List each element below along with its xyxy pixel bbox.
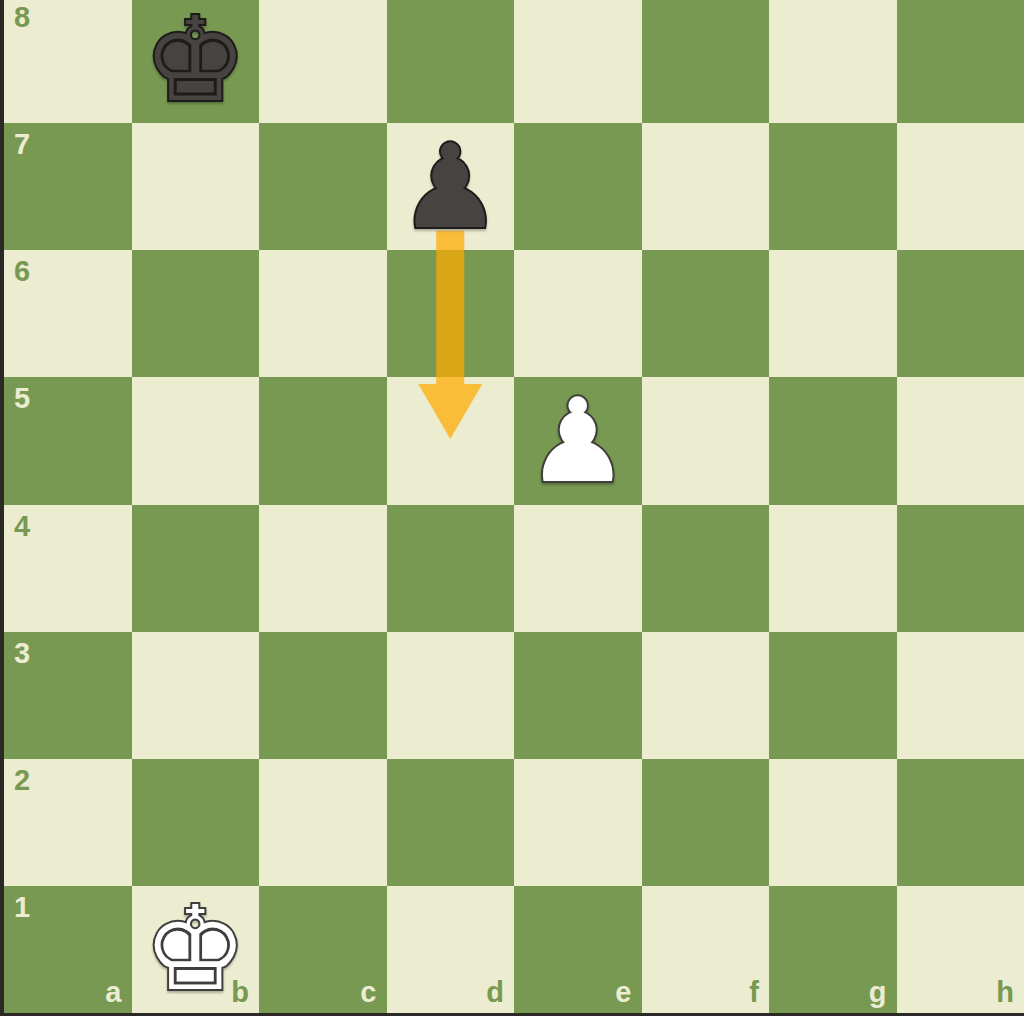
piece-white-pawn-e5[interactable]: ♟: [526, 383, 630, 499]
square-h2[interactable]: [897, 759, 1024, 886]
square-g8[interactable]: [769, 0, 897, 123]
square-h3[interactable]: [897, 632, 1024, 759]
piece-white-king-b1[interactable]: ♚: [143, 891, 247, 1007]
square-c8[interactable]: [259, 0, 387, 123]
file-label-c: c: [360, 978, 376, 1007]
square-b1[interactable]: b♚: [132, 886, 260, 1013]
square-a5[interactable]: 5: [4, 377, 132, 504]
square-f4[interactable]: [642, 505, 770, 632]
square-f3[interactable]: [642, 632, 770, 759]
square-e3[interactable]: [514, 632, 642, 759]
square-e1[interactable]: e: [514, 886, 642, 1013]
file-label-d: d: [486, 978, 504, 1007]
square-a6[interactable]: 6: [4, 250, 132, 377]
chess-board: 8♚7♟65♟4321ab♚cdefgh: [4, 0, 1024, 1013]
square-c6[interactable]: [259, 250, 387, 377]
square-b2[interactable]: [132, 759, 260, 886]
square-e2[interactable]: [514, 759, 642, 886]
rank-label-2: 2: [14, 766, 30, 795]
square-d5[interactable]: [387, 377, 515, 504]
square-h6[interactable]: [897, 250, 1024, 377]
square-d1[interactable]: d: [387, 886, 515, 1013]
square-h5[interactable]: [897, 377, 1024, 504]
square-d3[interactable]: [387, 632, 515, 759]
square-e6[interactable]: [514, 250, 642, 377]
square-c5[interactable]: [259, 377, 387, 504]
file-label-h: h: [996, 978, 1014, 1007]
square-d7[interactable]: ♟: [387, 123, 515, 250]
square-c2[interactable]: [259, 759, 387, 886]
square-e5[interactable]: ♟: [514, 377, 642, 504]
square-d6[interactable]: [387, 250, 515, 377]
square-e7[interactable]: [514, 123, 642, 250]
square-f6[interactable]: [642, 250, 770, 377]
square-e8[interactable]: [514, 0, 642, 123]
file-label-a: a: [105, 978, 121, 1007]
square-a1[interactable]: 1a: [4, 886, 132, 1013]
file-label-g: g: [869, 978, 887, 1007]
rank-label-8: 8: [14, 3, 30, 32]
square-g1[interactable]: g: [769, 886, 897, 1013]
square-h8[interactable]: [897, 0, 1024, 123]
square-f1[interactable]: f: [642, 886, 770, 1013]
square-g2[interactable]: [769, 759, 897, 886]
square-c7[interactable]: [259, 123, 387, 250]
rank-label-4: 4: [14, 512, 30, 541]
rank-label-1: 1: [14, 893, 30, 922]
file-label-e: e: [615, 978, 631, 1007]
square-b3[interactable]: [132, 632, 260, 759]
square-c4[interactable]: [259, 505, 387, 632]
square-e4[interactable]: [514, 505, 642, 632]
square-b4[interactable]: [132, 505, 260, 632]
piece-black-king-b8[interactable]: ♚: [143, 2, 247, 118]
rank-label-6: 6: [14, 257, 30, 286]
square-g4[interactable]: [769, 505, 897, 632]
board-stage: 8♚7♟65♟4321ab♚cdefgh: [0, 0, 1024, 1016]
square-d2[interactable]: [387, 759, 515, 886]
square-b5[interactable]: [132, 377, 260, 504]
rank-label-7: 7: [14, 130, 30, 159]
square-f7[interactable]: [642, 123, 770, 250]
square-a7[interactable]: 7: [4, 123, 132, 250]
square-g6[interactable]: [769, 250, 897, 377]
square-g3[interactable]: [769, 632, 897, 759]
square-h4[interactable]: [897, 505, 1024, 632]
piece-black-pawn-d7[interactable]: ♟: [398, 129, 502, 245]
square-d4[interactable]: [387, 505, 515, 632]
square-h7[interactable]: [897, 123, 1024, 250]
rank-label-3: 3: [14, 639, 30, 668]
square-a2[interactable]: 2: [4, 759, 132, 886]
square-d8[interactable]: [387, 0, 515, 123]
square-f5[interactable]: [642, 377, 770, 504]
square-a3[interactable]: 3: [4, 632, 132, 759]
square-a4[interactable]: 4: [4, 505, 132, 632]
square-c3[interactable]: [259, 632, 387, 759]
square-b8[interactable]: ♚: [132, 0, 260, 123]
square-g7[interactable]: [769, 123, 897, 250]
square-a8[interactable]: 8: [4, 0, 132, 123]
square-f8[interactable]: [642, 0, 770, 123]
square-g5[interactable]: [769, 377, 897, 504]
square-f2[interactable]: [642, 759, 770, 886]
square-b7[interactable]: [132, 123, 260, 250]
square-c1[interactable]: c: [259, 886, 387, 1013]
square-h1[interactable]: h: [897, 886, 1024, 1013]
square-b6[interactable]: [132, 250, 260, 377]
rank-label-5: 5: [14, 384, 30, 413]
file-label-f: f: [749, 978, 759, 1007]
